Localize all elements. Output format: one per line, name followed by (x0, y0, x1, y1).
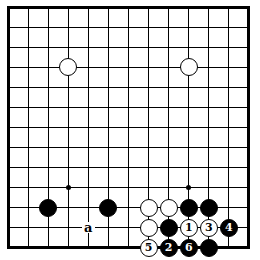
move-1-white-stone: 1 (180, 219, 198, 237)
board-point (78, 178, 98, 198)
board-point (239, 37, 259, 57)
board-point (18, 17, 38, 37)
board-point (239, 158, 259, 178)
board-point (219, 238, 239, 258)
board-point (139, 218, 159, 238)
board-point: 5 (139, 238, 159, 258)
black-stone (160, 219, 178, 237)
board-point (0, 17, 18, 37)
board-point (239, 238, 259, 258)
board-point (98, 218, 118, 238)
board-point (118, 178, 138, 198)
board-point (239, 138, 259, 158)
board-point (159, 158, 179, 178)
board-point (58, 117, 78, 137)
board-point (199, 158, 219, 178)
go-board-diagram: a134526 (0, 0, 260, 260)
board-point (78, 198, 98, 218)
board-point (199, 97, 219, 117)
board-point (78, 77, 98, 97)
black-stone (200, 199, 218, 217)
board-point (139, 57, 159, 77)
black-stone (180, 199, 198, 217)
board-point (18, 57, 38, 77)
board-point (159, 37, 179, 57)
board-point (58, 97, 78, 117)
board-point (98, 238, 118, 258)
board-point (78, 238, 98, 258)
board-point (219, 57, 239, 77)
board-point (199, 238, 219, 258)
board-point (219, 17, 239, 37)
board-point (239, 77, 259, 97)
board-point (239, 198, 259, 218)
board-point (219, 97, 239, 117)
board-point (18, 0, 38, 17)
board-point (179, 198, 199, 218)
board-point (199, 37, 219, 57)
board-point (98, 198, 118, 218)
board-point (38, 238, 58, 258)
board-point (18, 178, 38, 198)
board-point (139, 37, 159, 57)
board-point (98, 17, 118, 37)
board-point (0, 158, 18, 178)
board-point (98, 57, 118, 77)
board-point (118, 17, 138, 37)
board-point (18, 117, 38, 137)
board-point (179, 37, 199, 57)
board-point (58, 238, 78, 258)
board-point (159, 178, 179, 198)
board-point (78, 117, 98, 137)
board-point (0, 37, 18, 57)
board-point (78, 97, 98, 117)
board-point (78, 17, 98, 37)
board-point (179, 138, 199, 158)
board-point (139, 17, 159, 37)
star-point (66, 185, 71, 190)
board-point (139, 158, 159, 178)
board-point (58, 37, 78, 57)
board-point (199, 138, 219, 158)
board-point (0, 178, 18, 198)
move-2-black-stone: 2 (160, 239, 178, 257)
board-point: 3 (199, 218, 219, 238)
board-point (219, 198, 239, 218)
board-point (38, 97, 58, 117)
board-point (0, 198, 18, 218)
board-point (38, 178, 58, 198)
board-point (159, 97, 179, 117)
board-point (58, 198, 78, 218)
board-point (239, 0, 259, 17)
board-point (179, 57, 199, 77)
board-point (0, 0, 18, 17)
black-stone (39, 199, 57, 217)
board-point (139, 178, 159, 198)
board-point (38, 37, 58, 57)
board-point (38, 138, 58, 158)
star-point (186, 185, 191, 190)
board-point (159, 198, 179, 218)
board-point (38, 158, 58, 178)
board-point (118, 158, 138, 178)
board-point (0, 138, 18, 158)
board-point (239, 17, 259, 37)
board-point: a (78, 218, 98, 238)
board-point (199, 198, 219, 218)
board-point (118, 77, 138, 97)
board-point (239, 57, 259, 77)
board-point (118, 117, 138, 137)
board-point: 6 (179, 238, 199, 258)
board-point (139, 138, 159, 158)
board-point (159, 77, 179, 97)
board-point (98, 37, 118, 57)
board-point (38, 218, 58, 238)
board-point (118, 238, 138, 258)
board-point (139, 97, 159, 117)
board-point (219, 138, 239, 158)
move-4-black-stone: 4 (220, 219, 238, 237)
board-point (38, 198, 58, 218)
board-point (0, 218, 18, 238)
board-point (98, 77, 118, 97)
board-point (179, 0, 199, 17)
board-point (78, 138, 98, 158)
white-stone (59, 58, 77, 76)
board-point: 2 (159, 238, 179, 258)
board-point (239, 218, 259, 238)
board-point (219, 0, 239, 17)
board-point (199, 57, 219, 77)
board-point (58, 138, 78, 158)
board-point (18, 198, 38, 218)
point-label-a: a (82, 222, 94, 233)
board-point (98, 138, 118, 158)
board-point (58, 218, 78, 238)
board-point (139, 198, 159, 218)
board-point (199, 77, 219, 97)
board-point (58, 158, 78, 178)
board-point (219, 37, 239, 57)
black-stone (99, 199, 117, 217)
board-point (0, 117, 18, 137)
board-point (219, 77, 239, 97)
board-point (118, 97, 138, 117)
board-point (18, 37, 38, 57)
board-point (159, 57, 179, 77)
board-point (98, 0, 118, 17)
board-point (38, 57, 58, 77)
board-point (179, 117, 199, 137)
board-point (239, 117, 259, 137)
board-point (179, 17, 199, 37)
board-point (199, 17, 219, 37)
board-point (139, 117, 159, 137)
board-point (118, 57, 138, 77)
board-point (118, 37, 138, 57)
board-point (159, 138, 179, 158)
board-point (179, 97, 199, 117)
board-point (18, 138, 38, 158)
board-point (18, 77, 38, 97)
board-point (179, 77, 199, 97)
board-point (118, 138, 138, 158)
board-point (58, 0, 78, 17)
board-point (159, 117, 179, 137)
board-point (0, 238, 18, 258)
board-point (179, 158, 199, 178)
board-point (159, 218, 179, 238)
board-point (58, 178, 78, 198)
board-point (219, 178, 239, 198)
board-point (118, 0, 138, 17)
board-point (78, 37, 98, 57)
board-point (0, 97, 18, 117)
board-point (18, 218, 38, 238)
board-point (139, 77, 159, 97)
board-point (58, 77, 78, 97)
board-point (38, 17, 58, 37)
board-point (219, 117, 239, 137)
board-point (0, 57, 18, 77)
board-point (58, 17, 78, 37)
board-point (118, 218, 138, 238)
board-point (18, 158, 38, 178)
white-stone (160, 199, 178, 217)
board-point: 1 (179, 218, 199, 238)
board-point (98, 97, 118, 117)
board-point (78, 57, 98, 77)
board-point (38, 77, 58, 97)
board-point (159, 17, 179, 37)
board-point (199, 178, 219, 198)
board-point (38, 117, 58, 137)
white-stone (140, 219, 158, 237)
board-point (18, 238, 38, 258)
white-stone (180, 58, 198, 76)
board-point (239, 97, 259, 117)
board-point (58, 57, 78, 77)
board-point (118, 198, 138, 218)
board-point (179, 178, 199, 198)
board-point (78, 158, 98, 178)
board-point (98, 117, 118, 137)
board-point (38, 0, 58, 17)
board-point (0, 77, 18, 97)
black-stone (200, 239, 218, 257)
move-3-white-stone: 3 (200, 219, 218, 237)
board-intersections: a134526 (0, 0, 259, 258)
board-point (78, 0, 98, 17)
board-point (98, 178, 118, 198)
board-point: 4 (219, 218, 239, 238)
board-point (18, 97, 38, 117)
white-stone (140, 199, 158, 217)
board-point (219, 158, 239, 178)
move-6-black-stone: 6 (180, 239, 198, 257)
board-point (199, 0, 219, 17)
board-point (239, 178, 259, 198)
board-point (199, 117, 219, 137)
board-point (159, 0, 179, 17)
move-5-white-stone: 5 (140, 239, 158, 257)
board-point (139, 0, 159, 17)
board-point (98, 158, 118, 178)
